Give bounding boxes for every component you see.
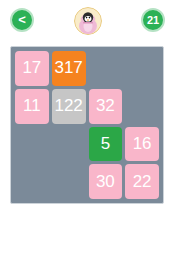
empty-cell-r3c0 xyxy=(15,164,49,199)
tile-r0c1: 317 xyxy=(52,51,86,86)
tile-r1c2: 32 xyxy=(89,89,123,124)
tile-r0c0: 17 xyxy=(15,51,49,86)
empty-cell-r0c2 xyxy=(89,51,123,86)
empty-cell-r2c1 xyxy=(52,127,86,162)
back-button[interactable]: < xyxy=(10,8,34,32)
top-bar: < 21 xyxy=(0,0,175,40)
back-chevron-icon: < xyxy=(18,13,26,26)
score-badge: 21 xyxy=(141,8,165,32)
tile-r1c0: 11 xyxy=(15,89,49,124)
empty-cell-r3c1 xyxy=(52,164,86,199)
empty-cell-r0c3 xyxy=(125,51,159,86)
tile-r3c3: 22 xyxy=(125,164,159,199)
tile-r2c3: 16 xyxy=(125,127,159,162)
empty-cell-r2c0 xyxy=(15,127,49,162)
tile-r1c1: 122 xyxy=(52,89,86,124)
score-value: 21 xyxy=(147,15,159,26)
tile-r3c2: 30 xyxy=(89,164,123,199)
penguin-mascot-icon xyxy=(74,7,102,35)
game-board[interactable]: 1731711122325163022 xyxy=(10,46,164,204)
empty-cell-r1c3 xyxy=(125,89,159,124)
game-logo xyxy=(74,7,102,35)
tile-r2c2: 5 xyxy=(89,127,123,162)
